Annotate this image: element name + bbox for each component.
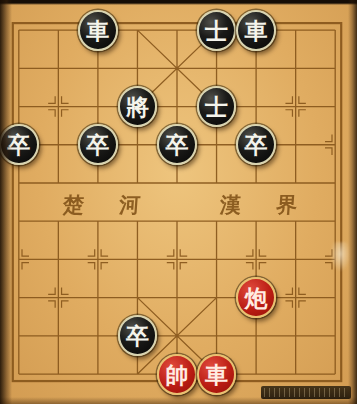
piece-black-pawn[interactable]: 卒 [118,317,158,355]
piece-glyph-卒[interactable]: 卒 [236,124,276,165]
piece-glyph-士[interactable]: 士 [197,86,237,127]
piece-black-advisor[interactable]: 士 [197,11,237,49]
piece-glyph-將[interactable]: 將 [118,86,158,127]
piece-red-chariot[interactable]: 車 [197,355,237,393]
piece-glyph-炮[interactable]: 炮 [236,277,276,318]
watermark-strip [261,386,351,399]
piece-black-pawn[interactable]: 卒 [236,126,276,164]
piece-glyph-士[interactable]: 士 [197,10,237,51]
piece-glyph-卒[interactable]: 卒 [78,124,118,165]
piece-black-chariot[interactable]: 車 [78,11,118,49]
piece-glyph-卒[interactable]: 卒 [118,315,158,356]
piece-black-pawn[interactable]: 卒 [78,126,118,164]
piece-glyph-車[interactable]: 車 [197,354,237,395]
xiangqi-board: 楚 河 漢 界 車士車將士卒卒卒卒炮卒帥車 [0,0,357,404]
piece-glyph-車[interactable]: 車 [78,10,118,51]
piece-glyph-帥[interactable]: 帥 [157,354,197,395]
frame-edge-top [0,0,357,5]
board-grid[interactable]: 車士車將士卒卒卒卒炮卒帥車 [0,11,355,393]
piece-glyph-卒[interactable]: 卒 [157,124,197,165]
piece-red-cannon[interactable]: 炮 [236,279,276,317]
piece-black-pawn[interactable]: 卒 [157,126,197,164]
piece-glyph-車[interactable]: 車 [236,10,276,51]
piece-black-chariot[interactable]: 車 [236,11,276,49]
piece-red-general[interactable]: 帥 [157,355,197,393]
frame-edge-right [348,0,357,404]
piece-black-advisor[interactable]: 士 [197,87,237,125]
frame-edge-left [0,0,12,404]
piece-black-general[interactable]: 將 [118,87,158,125]
